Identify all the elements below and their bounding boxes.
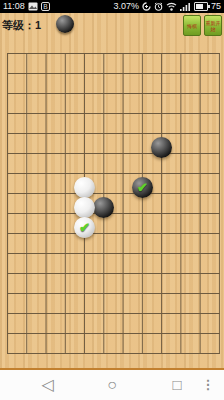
stone-white-last-move: ✔ [74, 217, 95, 238]
gomoku-board-grid[interactable]: ✔✔ [7, 53, 220, 354]
stone-white [74, 197, 95, 218]
battery-level-text: 75 [211, 0, 221, 13]
stone-black-last-move: ✔ [132, 177, 153, 198]
wifi-icon [166, 2, 177, 11]
signal-bars-icon [180, 2, 191, 11]
battery-percent-text: 3.07% [113, 0, 139, 13]
gallery-icon [28, 2, 38, 11]
undo-button[interactable]: 悔棋 [183, 15, 201, 36]
recents-icon[interactable]: □ [165, 370, 189, 400]
svg-text:B: B [43, 3, 47, 10]
level-label: 等级：1 [2, 18, 41, 33]
app-b-icon: B [41, 2, 50, 11]
clock: 11:08 [3, 0, 25, 13]
home-icon[interactable]: ○ [100, 370, 124, 400]
overflow-menu-icon[interactable]: ⋮ [196, 370, 220, 400]
data-saver-icon [142, 2, 151, 11]
restart-button[interactable]: 重新开始 [204, 15, 222, 36]
app-screen: 11:08 B 3.07% [0, 0, 224, 400]
stone-black [93, 197, 114, 218]
last-move-check-icon: ✔ [74, 217, 95, 238]
android-nav-bar: ◁ ○ □ ⋮ [0, 370, 224, 400]
status-bar: 11:08 B 3.07% [0, 0, 224, 13]
stone-white [74, 177, 95, 198]
battery-icon [194, 2, 208, 11]
board-background: 等级：1 悔棋 重新开始 ✔✔ [0, 13, 224, 368]
stone-black [151, 137, 172, 158]
turn-indicator-black-stone [56, 15, 74, 33]
last-move-check-icon: ✔ [132, 177, 153, 198]
back-icon[interactable]: ◁ [36, 370, 60, 400]
alarm-icon [154, 2, 163, 11]
